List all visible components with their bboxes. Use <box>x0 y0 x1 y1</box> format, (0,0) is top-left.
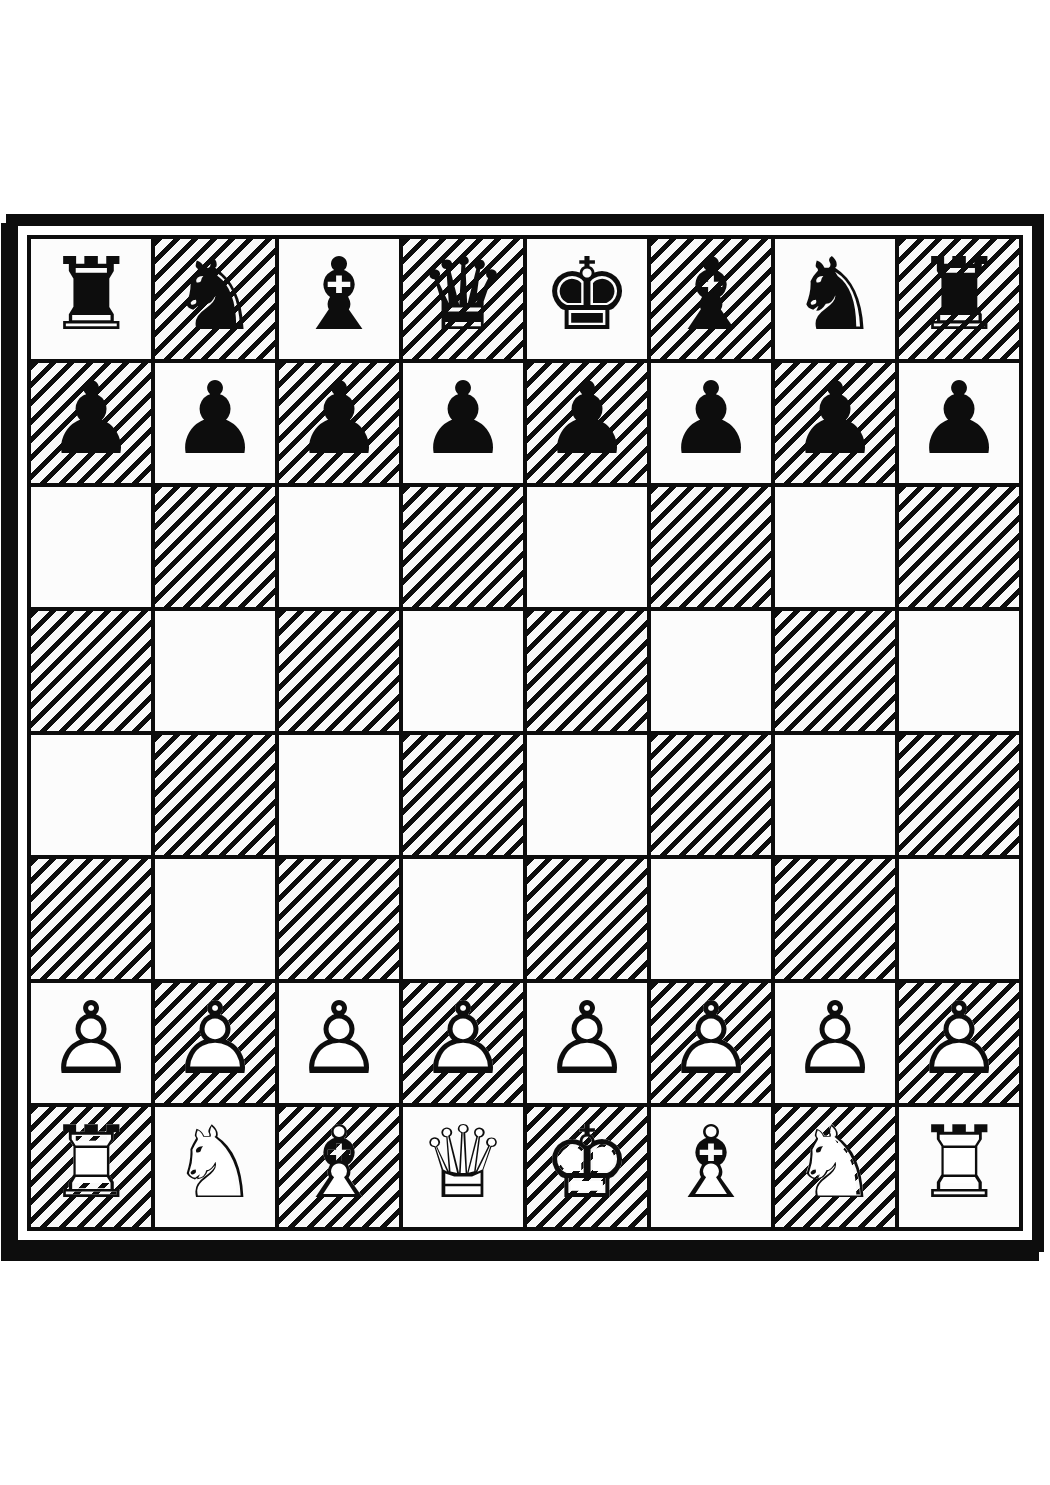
square-d7[interactable]: ♟ <box>403 363 523 483</box>
black-rook-piece: ♜ <box>31 239 151 359</box>
white-rook-piece: ♜♖ <box>899 1107 1019 1227</box>
square-h2[interactable]: ♟♙ <box>899 983 1019 1103</box>
square-c3[interactable] <box>279 859 399 979</box>
black-knight-piece: ♞ <box>155 239 275 359</box>
white-pawn-piece: ♟♙ <box>155 983 275 1103</box>
square-d8[interactable]: ♛ <box>403 239 523 359</box>
white-queen-piece: ♛♕ <box>403 1107 523 1227</box>
square-f1[interactable]: ♝♗ <box>651 1107 771 1227</box>
board-frame: ♜♞♝♛♚♝♞♜♟♟♟♟♟♟♟♟♟♙♟♙♟♙♟♙♟♙♟♙♟♙♟♙♜♖♞♘♝♗♛♕… <box>6 214 1044 1252</box>
white-pawn-piece: ♟♙ <box>403 983 523 1103</box>
black-pawn-piece: ♟ <box>651 363 771 483</box>
black-queen-piece: ♛ <box>403 239 523 359</box>
square-d3[interactable] <box>403 859 523 979</box>
square-c7[interactable]: ♟ <box>279 363 399 483</box>
white-bishop-piece: ♝♗ <box>279 1107 399 1227</box>
black-bishop-piece: ♝ <box>279 239 399 359</box>
square-h6[interactable] <box>899 487 1019 607</box>
white-knight-piece: ♞♘ <box>155 1107 275 1227</box>
square-d6[interactable] <box>403 487 523 607</box>
square-a3[interactable] <box>31 859 151 979</box>
square-h4[interactable] <box>899 735 1019 855</box>
square-d4[interactable] <box>403 735 523 855</box>
black-bishop-piece: ♝ <box>651 239 771 359</box>
square-f7[interactable]: ♟ <box>651 363 771 483</box>
square-a1[interactable]: ♜♖ <box>31 1107 151 1227</box>
square-e8[interactable]: ♚ <box>527 239 647 359</box>
square-e6[interactable] <box>527 487 647 607</box>
white-bishop-piece: ♝♗ <box>651 1107 771 1227</box>
square-f8[interactable]: ♝ <box>651 239 771 359</box>
black-rook-piece: ♜ <box>899 239 1019 359</box>
white-king-piece: ♚♔ <box>527 1107 647 1227</box>
square-h3[interactable] <box>899 859 1019 979</box>
square-c2[interactable]: ♟♙ <box>279 983 399 1103</box>
square-b3[interactable] <box>155 859 275 979</box>
square-g5[interactable] <box>775 611 895 731</box>
square-f6[interactable] <box>651 487 771 607</box>
white-pawn-piece: ♟♙ <box>651 983 771 1103</box>
black-pawn-piece: ♟ <box>527 363 647 483</box>
square-e5[interactable] <box>527 611 647 731</box>
square-c8[interactable]: ♝ <box>279 239 399 359</box>
square-d2[interactable]: ♟♙ <box>403 983 523 1103</box>
square-d1[interactable]: ♛♕ <box>403 1107 523 1227</box>
white-pawn-piece: ♟♙ <box>279 983 399 1103</box>
square-e7[interactable]: ♟ <box>527 363 647 483</box>
square-h7[interactable]: ♟ <box>899 363 1019 483</box>
black-pawn-piece: ♟ <box>899 363 1019 483</box>
square-c6[interactable] <box>279 487 399 607</box>
square-h5[interactable] <box>899 611 1019 731</box>
square-g7[interactable]: ♟ <box>775 363 895 483</box>
square-g2[interactable]: ♟♙ <box>775 983 895 1103</box>
square-f4[interactable] <box>651 735 771 855</box>
black-knight-piece: ♞ <box>775 239 895 359</box>
white-rook-piece: ♜♖ <box>31 1107 151 1227</box>
square-e2[interactable]: ♟♙ <box>527 983 647 1103</box>
square-a6[interactable] <box>31 487 151 607</box>
black-pawn-piece: ♟ <box>403 363 523 483</box>
black-pawn-piece: ♟ <box>775 363 895 483</box>
square-b6[interactable] <box>155 487 275 607</box>
square-a2[interactable]: ♟♙ <box>31 983 151 1103</box>
square-g6[interactable] <box>775 487 895 607</box>
white-pawn-piece: ♟♙ <box>527 983 647 1103</box>
white-pawn-piece: ♟♙ <box>775 983 895 1103</box>
square-g3[interactable] <box>775 859 895 979</box>
square-a5[interactable] <box>31 611 151 731</box>
white-pawn-piece: ♟♙ <box>899 983 1019 1103</box>
square-c1[interactable]: ♝♗ <box>279 1107 399 1227</box>
square-f3[interactable] <box>651 859 771 979</box>
black-pawn-piece: ♟ <box>155 363 275 483</box>
black-pawn-piece: ♟ <box>31 363 151 483</box>
black-pawn-piece: ♟ <box>279 363 399 483</box>
square-b2[interactable]: ♟♙ <box>155 983 275 1103</box>
square-g1[interactable]: ♞♘ <box>775 1107 895 1227</box>
white-knight-piece: ♞♘ <box>775 1107 895 1227</box>
square-c4[interactable] <box>279 735 399 855</box>
square-b8[interactable]: ♞ <box>155 239 275 359</box>
black-king-piece: ♚ <box>527 239 647 359</box>
square-e3[interactable] <box>527 859 647 979</box>
square-a4[interactable] <box>31 735 151 855</box>
square-b7[interactable]: ♟ <box>155 363 275 483</box>
square-a7[interactable]: ♟ <box>31 363 151 483</box>
square-h8[interactable]: ♜ <box>899 239 1019 359</box>
square-e4[interactable] <box>527 735 647 855</box>
square-e1[interactable]: ♚♔ <box>527 1107 647 1227</box>
square-f5[interactable] <box>651 611 771 731</box>
square-h1[interactable]: ♜♖ <box>899 1107 1019 1227</box>
square-b5[interactable] <box>155 611 275 731</box>
square-c5[interactable] <box>279 611 399 731</box>
square-g4[interactable] <box>775 735 895 855</box>
page: ♜♞♝♛♚♝♞♜♟♟♟♟♟♟♟♟♟♙♟♙♟♙♟♙♟♙♟♙♟♙♟♙♜♖♞♘♝♗♛♕… <box>0 0 1050 1485</box>
square-f2[interactable]: ♟♙ <box>651 983 771 1103</box>
square-b1[interactable]: ♞♘ <box>155 1107 275 1227</box>
square-g8[interactable]: ♞ <box>775 239 895 359</box>
square-b4[interactable] <box>155 735 275 855</box>
chess-board: ♜♞♝♛♚♝♞♜♟♟♟♟♟♟♟♟♟♙♟♙♟♙♟♙♟♙♟♙♟♙♟♙♜♖♞♘♝♗♛♕… <box>27 235 1023 1231</box>
square-a8[interactable]: ♜ <box>31 239 151 359</box>
square-d5[interactable] <box>403 611 523 731</box>
white-pawn-piece: ♟♙ <box>31 983 151 1103</box>
